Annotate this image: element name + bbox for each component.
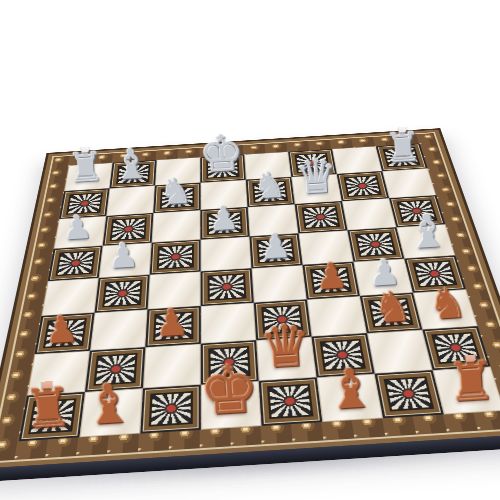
square-d1[interactable]: ♚ — [201, 381, 262, 430]
square-h8[interactable]: ♜ — [376, 143, 428, 171]
square-g3[interactable]: ♞ — [360, 293, 422, 334]
silver-bishop-h5[interactable]: ♝ — [406, 207, 450, 255]
silver-pawn-b5[interactable]: ♟ — [107, 238, 140, 274]
product-photo: ♜♝♚♜♞♞♛♟♟♟♟♝♟♟♟♟♞♞♛♜♝♚♝♜ — [0, 0, 500, 500]
square-a3[interactable]: ♟ — [35, 313, 95, 354]
square-c1[interactable] — [140, 385, 201, 434]
copper-king-d1[interactable]: ♚ — [197, 355, 261, 425]
silver-rook-a8[interactable]: ♜ — [67, 146, 106, 188]
square-e5[interactable]: ♟ — [250, 233, 303, 268]
board-tilt-wrapper: ♜♝♚♜♞♞♛♟♟♟♟♝♟♟♟♟♞♞♛♜♝♚♝♜ — [0, 8, 500, 500]
silver-bishop-b8[interactable]: ♝ — [111, 142, 150, 185]
square-f6[interactable] — [295, 201, 348, 233]
square-h3[interactable]: ♞ — [413, 289, 478, 329]
rook-cap — [398, 124, 406, 133]
square-a6[interactable]: ♟ — [54, 216, 107, 249]
square-a8[interactable]: ♜ — [64, 163, 113, 192]
square-b5[interactable]: ♟ — [99, 243, 152, 278]
square-b4[interactable] — [95, 275, 150, 313]
square-g6[interactable] — [342, 198, 397, 230]
chess-board: ♜♝♚♜♞♞♛♟♟♟♟♝♟♟♟♟♞♞♛♜♝♚♝♜ — [0, 128, 500, 472]
square-d4[interactable] — [201, 268, 254, 306]
square-d5[interactable] — [201, 237, 252, 272]
copper-pawn-c3[interactable]: ♟ — [154, 304, 190, 343]
square-g8[interactable] — [332, 146, 382, 174]
silver-king-d8[interactable]: ♚ — [198, 128, 246, 180]
copper-bishop-b1[interactable]: ♝ — [82, 375, 135, 433]
square-c3[interactable]: ♟ — [145, 306, 200, 347]
rook-cap — [80, 143, 88, 152]
square-c5[interactable] — [150, 240, 201, 275]
square-h1[interactable]: ♜ — [433, 366, 500, 414]
square-a5[interactable] — [48, 246, 103, 281]
square-b8[interactable]: ♝ — [110, 160, 157, 188]
copper-pawn-f4[interactable]: ♟ — [315, 258, 349, 296]
square-b3[interactable] — [90, 309, 148, 350]
square-c7[interactable]: ♞ — [153, 183, 200, 213]
silver-knight-c7[interactable]: ♞ — [158, 172, 193, 210]
silver-pawn-e5[interactable]: ♟ — [259, 228, 292, 264]
square-h5[interactable]: ♝ — [396, 224, 455, 258]
square-a1[interactable]: ♜ — [19, 392, 85, 441]
square-g7[interactable] — [337, 171, 389, 201]
copper-queen-e2[interactable]: ♛ — [258, 316, 313, 377]
silver-knight-e7[interactable]: ♞ — [252, 166, 287, 204]
silver-pawn-d6[interactable]: ♟ — [208, 201, 240, 236]
square-e1[interactable] — [259, 377, 323, 425]
silver-queen-f7[interactable]: ♛ — [294, 152, 339, 202]
square-b1[interactable]: ♝ — [79, 388, 142, 437]
silver-pawn-a6[interactable]: ♟ — [62, 211, 94, 246]
copper-knight-g3[interactable]: ♞ — [372, 284, 413, 329]
silver-rook-h8[interactable]: ♜ — [384, 126, 422, 168]
square-f3[interactable] — [307, 296, 367, 337]
square-e2[interactable]: ♛ — [256, 337, 317, 381]
square-f4[interactable]: ♟ — [303, 262, 360, 300]
copper-rook-h1[interactable]: ♜ — [446, 353, 497, 409]
copper-pawn-a3[interactable]: ♟ — [44, 311, 80, 350]
square-h7[interactable] — [382, 168, 436, 198]
copper-rook-a1[interactable]: ♜ — [22, 380, 74, 436]
square-d8[interactable]: ♚ — [200, 154, 245, 182]
board-drop-shadow — [11, 431, 500, 492]
square-e7[interactable]: ♞ — [246, 177, 295, 207]
square-e4[interactable] — [252, 265, 307, 303]
rook-cap — [464, 350, 475, 362]
square-c6[interactable] — [152, 210, 201, 243]
perspective-scene: ♜♝♚♜♞♞♛♟♟♟♟♝♟♟♟♟♞♞♛♜♝♚♝♜ — [0, 8, 500, 500]
square-b7[interactable] — [106, 186, 155, 216]
copper-knight-h3[interactable]: ♞ — [427, 281, 468, 326]
rook-cap — [41, 376, 52, 388]
copper-bishop-f1[interactable]: ♝ — [324, 360, 376, 418]
board-grid: ♜♝♚♜♞♞♛♟♟♟♟♝♟♟♟♟♞♞♛♜♝♚♝♜ — [19, 143, 500, 441]
square-f1[interactable]: ♝ — [317, 374, 383, 422]
square-g2[interactable] — [367, 330, 433, 374]
square-d3[interactable] — [201, 303, 256, 344]
square-d6[interactable]: ♟ — [201, 207, 250, 239]
square-c2[interactable] — [143, 344, 201, 389]
square-f7[interactable]: ♛ — [291, 174, 342, 204]
